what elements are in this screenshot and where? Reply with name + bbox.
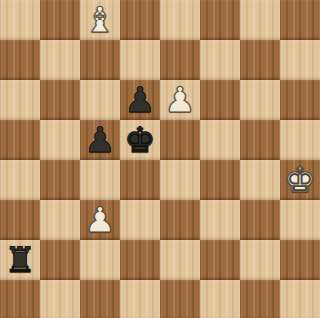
square-b4[interactable] [40,160,80,200]
square-g1[interactable] [240,280,280,318]
square-g4[interactable] [240,160,280,200]
square-f3[interactable] [200,200,240,240]
chess-board-screenshot: ♝♟♟♟♚♚♟♜ [0,0,320,318]
square-h2[interactable] [280,240,320,280]
square-f4[interactable] [200,160,240,200]
square-e1[interactable] [160,280,200,318]
square-g6[interactable] [240,80,280,120]
square-d3[interactable] [120,200,160,240]
square-h5[interactable] [280,120,320,160]
square-h8[interactable] [280,0,320,40]
square-a3[interactable] [0,200,40,240]
square-g2[interactable] [240,240,280,280]
square-b7[interactable] [40,40,80,80]
square-a4[interactable] [0,160,40,200]
square-f5[interactable] [200,120,240,160]
square-d4[interactable] [120,160,160,200]
square-g3[interactable] [240,200,280,240]
square-e8[interactable] [160,0,200,40]
square-d7[interactable] [120,40,160,80]
square-c4[interactable] [80,160,120,200]
square-f6[interactable] [200,80,240,120]
square-d1[interactable] [120,280,160,318]
white-pawn-e6[interactable]: ♟ [164,80,195,120]
square-c7[interactable] [80,40,120,80]
square-h1[interactable] [280,280,320,318]
square-b6[interactable] [40,80,80,120]
square-h4[interactable]: ♚ [280,160,320,200]
square-f1[interactable] [200,280,240,318]
black-pawn-d6[interactable]: ♟ [124,80,155,120]
chess-board: ♝♟♟♟♚♚♟♜ [0,0,320,318]
square-e6[interactable]: ♟ [160,80,200,120]
white-king-h4[interactable]: ♚ [284,160,315,200]
square-a7[interactable] [0,40,40,80]
black-king-d5[interactable]: ♚ [124,120,155,160]
square-a2[interactable]: ♜ [0,240,40,280]
square-e5[interactable] [160,120,200,160]
square-a5[interactable] [0,120,40,160]
square-d5[interactable]: ♚ [120,120,160,160]
square-d8[interactable] [120,0,160,40]
white-bishop-c8[interactable]: ♝ [84,0,115,40]
square-f8[interactable] [200,0,240,40]
square-b1[interactable] [40,280,80,318]
square-a1[interactable] [0,280,40,318]
square-e3[interactable] [160,200,200,240]
black-rook-a2[interactable]: ♜ [4,240,35,280]
square-f2[interactable] [200,240,240,280]
square-b5[interactable] [40,120,80,160]
square-c3[interactable]: ♟ [80,200,120,240]
square-a6[interactable] [0,80,40,120]
square-b2[interactable] [40,240,80,280]
square-g8[interactable] [240,0,280,40]
square-c5[interactable]: ♟ [80,120,120,160]
square-d6[interactable]: ♟ [120,80,160,120]
square-e7[interactable] [160,40,200,80]
square-e2[interactable] [160,240,200,280]
black-pawn-c5[interactable]: ♟ [84,120,115,160]
square-a8[interactable] [0,0,40,40]
square-c1[interactable] [80,280,120,318]
square-h7[interactable] [280,40,320,80]
square-g7[interactable] [240,40,280,80]
square-c8[interactable]: ♝ [80,0,120,40]
square-f7[interactable] [200,40,240,80]
square-c2[interactable] [80,240,120,280]
square-h3[interactable] [280,200,320,240]
white-pawn-c3[interactable]: ♟ [84,200,115,240]
square-c6[interactable] [80,80,120,120]
square-b3[interactable] [40,200,80,240]
square-d2[interactable] [120,240,160,280]
square-h6[interactable] [280,80,320,120]
square-e4[interactable] [160,160,200,200]
square-g5[interactable] [240,120,280,160]
square-b8[interactable] [40,0,80,40]
